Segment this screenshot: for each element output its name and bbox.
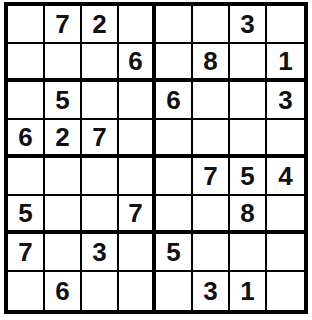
cell-r8c4[interactable] <box>119 272 156 310</box>
cell-r8c8[interactable] <box>267 272 304 310</box>
cell-r1c5[interactable] <box>156 6 193 44</box>
cell-r2c8[interactable]: 1 <box>267 44 304 82</box>
cell-r7c7[interactable] <box>230 234 267 272</box>
cell-r3c3[interactable] <box>82 82 119 120</box>
cell-r7c3[interactable]: 3 <box>82 234 119 272</box>
cell-r1c1[interactable] <box>8 6 45 44</box>
cell-r6c7[interactable]: 8 <box>230 196 267 234</box>
cell-r3c8[interactable]: 3 <box>267 82 304 120</box>
cell-r7c8[interactable] <box>267 234 304 272</box>
cell-r2c2[interactable] <box>45 44 82 82</box>
cell-r4c3[interactable]: 7 <box>82 120 119 158</box>
cell-r3c2[interactable]: 5 <box>45 82 82 120</box>
cell-r2c3[interactable] <box>82 44 119 82</box>
cell-r4c6[interactable] <box>193 120 230 158</box>
cell-r8c1[interactable] <box>8 272 45 310</box>
cell-r7c2[interactable] <box>45 234 82 272</box>
sudoku-board: 723681563627754578735631 <box>4 2 308 314</box>
cell-r4c5[interactable] <box>156 120 193 158</box>
cell-r5c6[interactable]: 7 <box>193 158 230 196</box>
cell-r2c4[interactable]: 6 <box>119 44 156 82</box>
cell-r6c4[interactable]: 7 <box>119 196 156 234</box>
cell-r5c8[interactable]: 4 <box>267 158 304 196</box>
cell-r1c6[interactable] <box>193 6 230 44</box>
cell-r5c5[interactable] <box>156 158 193 196</box>
cell-r6c6[interactable] <box>193 196 230 234</box>
cell-r6c2[interactable] <box>45 196 82 234</box>
board-wrapper: 723681563627754578735631 <box>0 0 312 318</box>
cell-r2c6[interactable]: 8 <box>193 44 230 82</box>
cell-r5c3[interactable] <box>82 158 119 196</box>
cell-r3c7[interactable] <box>230 82 267 120</box>
cell-r3c4[interactable] <box>119 82 156 120</box>
cell-r3c5[interactable]: 6 <box>156 82 193 120</box>
cell-r5c1[interactable] <box>8 158 45 196</box>
cell-r3c1[interactable] <box>8 82 45 120</box>
cell-r4c4[interactable] <box>119 120 156 158</box>
cell-r7c5[interactable]: 5 <box>156 234 193 272</box>
cell-r6c3[interactable] <box>82 196 119 234</box>
cell-r1c2[interactable]: 7 <box>45 6 82 44</box>
cell-r4c1[interactable]: 6 <box>8 120 45 158</box>
cell-r2c7[interactable] <box>230 44 267 82</box>
cell-r8c7[interactable]: 1 <box>230 272 267 310</box>
cell-r5c7[interactable]: 5 <box>230 158 267 196</box>
cell-r1c8[interactable] <box>267 6 304 44</box>
cell-r8c5[interactable] <box>156 272 193 310</box>
cell-r1c3[interactable]: 2 <box>82 6 119 44</box>
cell-r1c4[interactable] <box>119 6 156 44</box>
cell-r8c6[interactable]: 3 <box>193 272 230 310</box>
cell-r5c4[interactable] <box>119 158 156 196</box>
cell-r2c5[interactable] <box>156 44 193 82</box>
cell-r3c6[interactable] <box>193 82 230 120</box>
cell-r8c2[interactable]: 6 <box>45 272 82 310</box>
cell-r7c4[interactable] <box>119 234 156 272</box>
cell-r5c2[interactable] <box>45 158 82 196</box>
cell-r1c7[interactable]: 3 <box>230 6 267 44</box>
cell-r4c8[interactable] <box>267 120 304 158</box>
cell-r6c8[interactable] <box>267 196 304 234</box>
cell-r4c7[interactable] <box>230 120 267 158</box>
cell-r7c1[interactable]: 7 <box>8 234 45 272</box>
cell-r6c5[interactable] <box>156 196 193 234</box>
cell-r8c3[interactable] <box>82 272 119 310</box>
cell-r6c1[interactable]: 5 <box>8 196 45 234</box>
cell-r4c2[interactable]: 2 <box>45 120 82 158</box>
cell-r7c6[interactable] <box>193 234 230 272</box>
cell-r2c1[interactable] <box>8 44 45 82</box>
